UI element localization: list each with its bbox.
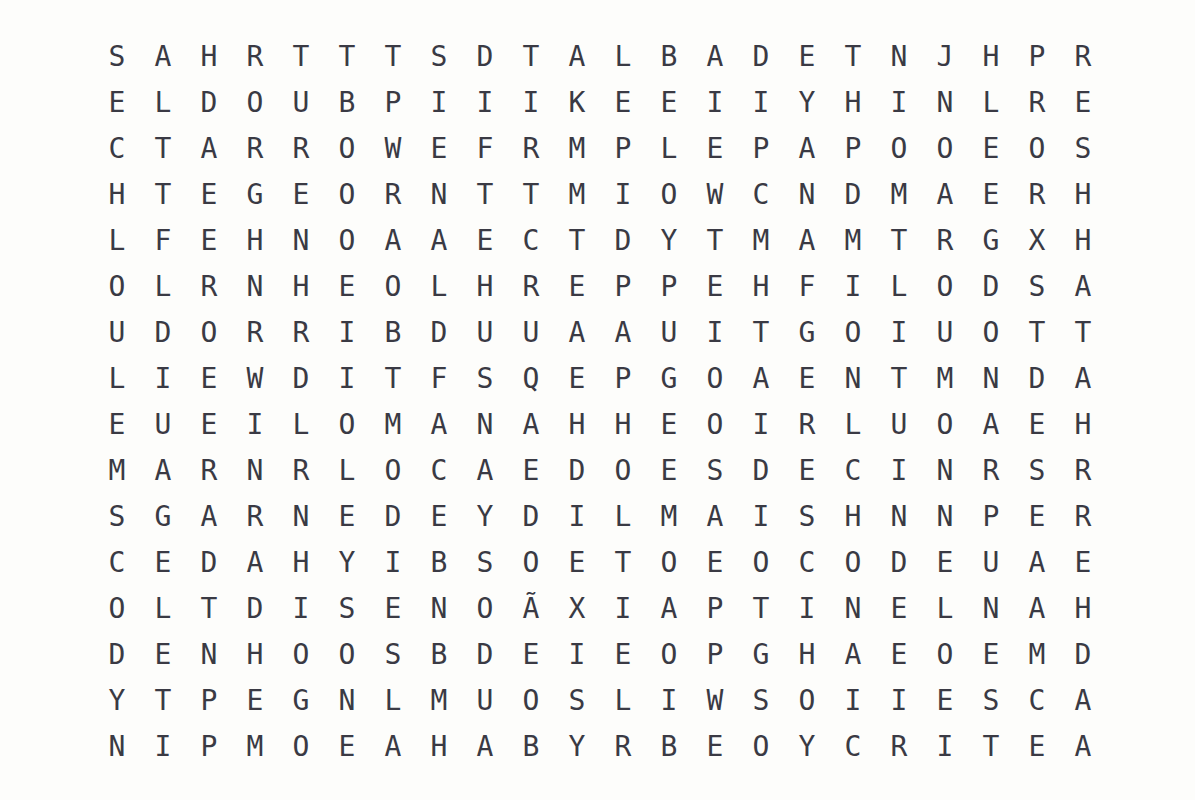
grid-cell[interactable]: I	[554, 494, 600, 540]
grid-cell[interactable]: L	[646, 126, 692, 172]
grid-cell[interactable]: E	[186, 356, 232, 402]
grid-cell[interactable]: E	[922, 540, 968, 586]
grid-cell[interactable]: T	[830, 34, 876, 80]
grid-cell[interactable]: I	[140, 724, 186, 770]
grid-cell[interactable]: E	[692, 540, 738, 586]
grid-cell[interactable]: D	[738, 34, 784, 80]
grid-cell[interactable]: U	[94, 310, 140, 356]
grid-cell[interactable]: M	[922, 356, 968, 402]
grid-cell[interactable]: P	[830, 126, 876, 172]
grid-cell[interactable]: Y	[784, 80, 830, 126]
grid-cell[interactable]: S	[968, 678, 1014, 724]
grid-cell[interactable]: C	[1014, 678, 1060, 724]
grid-cell[interactable]: E	[784, 356, 830, 402]
grid-cell[interactable]: L	[140, 264, 186, 310]
grid-cell[interactable]: D	[232, 586, 278, 632]
grid-cell[interactable]: D	[186, 540, 232, 586]
grid-cell[interactable]: H	[278, 264, 324, 310]
grid-cell[interactable]: R	[508, 264, 554, 310]
grid-cell[interactable]: O	[186, 310, 232, 356]
grid-cell[interactable]: E	[922, 678, 968, 724]
grid-cell[interactable]: P	[600, 126, 646, 172]
grid-cell[interactable]: N	[278, 494, 324, 540]
grid-cell[interactable]: O	[922, 632, 968, 678]
grid-cell[interactable]: A	[784, 218, 830, 264]
grid-cell[interactable]: E	[462, 218, 508, 264]
grid-cell[interactable]: A	[646, 586, 692, 632]
grid-cell[interactable]: L	[140, 80, 186, 126]
grid-cell[interactable]: M	[876, 172, 922, 218]
grid-cell[interactable]: D	[1014, 356, 1060, 402]
grid-cell[interactable]: A	[968, 402, 1014, 448]
grid-cell[interactable]: E	[1060, 80, 1106, 126]
grid-cell[interactable]: D	[462, 632, 508, 678]
grid-cell[interactable]: H	[232, 218, 278, 264]
grid-cell[interactable]: O	[370, 264, 416, 310]
grid-cell[interactable]: H	[462, 264, 508, 310]
grid-cell[interactable]: A	[462, 724, 508, 770]
grid-cell[interactable]: T	[140, 172, 186, 218]
grid-cell[interactable]: A	[554, 310, 600, 356]
grid-cell[interactable]: H	[94, 172, 140, 218]
grid-cell[interactable]: L	[600, 494, 646, 540]
grid-cell[interactable]: D	[1060, 632, 1106, 678]
grid-cell[interactable]: H	[830, 494, 876, 540]
grid-cell[interactable]: N	[830, 586, 876, 632]
grid-cell[interactable]: W	[370, 126, 416, 172]
grid-cell[interactable]: R	[370, 172, 416, 218]
grid-cell[interactable]: E	[186, 172, 232, 218]
grid-cell[interactable]: U	[646, 310, 692, 356]
grid-cell[interactable]: U	[968, 540, 1014, 586]
grid-cell[interactable]: E	[140, 540, 186, 586]
grid-cell[interactable]: R	[1014, 80, 1060, 126]
grid-cell[interactable]: I	[692, 310, 738, 356]
grid-cell[interactable]: O	[1014, 126, 1060, 172]
grid-cell[interactable]: C	[830, 724, 876, 770]
grid-cell[interactable]: A	[186, 494, 232, 540]
grid-cell[interactable]: T	[692, 218, 738, 264]
grid-cell[interactable]: R	[278, 310, 324, 356]
grid-cell[interactable]: D	[830, 172, 876, 218]
grid-cell[interactable]: R	[922, 218, 968, 264]
grid-cell[interactable]: P	[692, 586, 738, 632]
grid-cell[interactable]: E	[416, 126, 462, 172]
grid-cell[interactable]: B	[646, 34, 692, 80]
grid-cell[interactable]: O	[922, 126, 968, 172]
grid-cell[interactable]: P	[646, 264, 692, 310]
grid-cell[interactable]: R	[278, 448, 324, 494]
grid-cell[interactable]: A	[1014, 540, 1060, 586]
grid-cell[interactable]: O	[324, 632, 370, 678]
grid-cell[interactable]: I	[324, 356, 370, 402]
grid-cell[interactable]: G	[968, 218, 1014, 264]
grid-cell[interactable]: N	[416, 586, 462, 632]
grid-cell[interactable]: W	[692, 678, 738, 724]
grid-cell[interactable]: N	[232, 264, 278, 310]
grid-cell[interactable]: O	[94, 264, 140, 310]
grid-cell[interactable]: H	[738, 264, 784, 310]
grid-cell[interactable]: G	[140, 494, 186, 540]
grid-cell[interactable]: O	[692, 402, 738, 448]
grid-cell[interactable]: B	[646, 724, 692, 770]
grid-cell[interactable]: G	[278, 678, 324, 724]
grid-cell[interactable]: U	[876, 402, 922, 448]
grid-cell[interactable]: H	[554, 402, 600, 448]
grid-cell[interactable]: D	[94, 632, 140, 678]
grid-cell[interactable]: U	[140, 402, 186, 448]
grid-cell[interactable]: C	[94, 540, 140, 586]
grid-cell[interactable]: G	[738, 632, 784, 678]
grid-cell[interactable]: J	[922, 34, 968, 80]
grid-cell[interactable]: C	[830, 448, 876, 494]
grid-cell[interactable]: L	[278, 402, 324, 448]
grid-cell[interactable]: D	[140, 310, 186, 356]
grid-cell[interactable]: N	[968, 356, 1014, 402]
grid-cell[interactable]: A	[186, 126, 232, 172]
grid-cell[interactable]: N	[462, 402, 508, 448]
grid-cell[interactable]: U	[462, 678, 508, 724]
grid-cell[interactable]: O	[646, 540, 692, 586]
grid-cell[interactable]: O	[784, 678, 830, 724]
grid-cell[interactable]: N	[922, 494, 968, 540]
grid-cell[interactable]: S	[1060, 126, 1106, 172]
grid-cell[interactable]: O	[646, 632, 692, 678]
grid-cell[interactable]: Y	[784, 724, 830, 770]
grid-cell[interactable]: P	[186, 724, 232, 770]
grid-cell[interactable]: H	[1060, 402, 1106, 448]
grid-cell[interactable]: O	[324, 126, 370, 172]
grid-cell[interactable]: E	[94, 80, 140, 126]
grid-cell[interactable]: H	[1060, 218, 1106, 264]
grid-cell[interactable]: P	[692, 632, 738, 678]
grid-cell[interactable]: I	[692, 80, 738, 126]
grid-cell[interactable]: I	[554, 632, 600, 678]
grid-cell[interactable]: B	[508, 724, 554, 770]
grid-cell[interactable]: R	[876, 724, 922, 770]
grid-cell[interactable]: M	[830, 218, 876, 264]
grid-cell[interactable]: M	[554, 172, 600, 218]
grid-cell[interactable]: I	[508, 80, 554, 126]
grid-cell[interactable]: E	[1060, 540, 1106, 586]
grid-cell[interactable]: A	[554, 34, 600, 80]
grid-cell[interactable]: I	[738, 402, 784, 448]
grid-cell[interactable]: A	[1060, 678, 1106, 724]
grid-cell[interactable]: R	[186, 264, 232, 310]
grid-cell[interactable]: P	[186, 678, 232, 724]
grid-cell[interactable]: I	[876, 80, 922, 126]
grid-cell[interactable]: F	[140, 218, 186, 264]
grid-cell[interactable]: F	[416, 356, 462, 402]
grid-cell[interactable]: O	[324, 402, 370, 448]
grid-cell[interactable]: T	[140, 126, 186, 172]
grid-cell[interactable]: N	[278, 218, 324, 264]
grid-cell[interactable]: B	[370, 310, 416, 356]
grid-cell[interactable]: I	[370, 540, 416, 586]
grid-cell[interactable]: A	[140, 34, 186, 80]
grid-cell[interactable]: I	[324, 310, 370, 356]
grid-cell[interactable]: A	[1060, 724, 1106, 770]
grid-cell[interactable]: N	[232, 448, 278, 494]
grid-cell[interactable]: O	[738, 724, 784, 770]
grid-cell[interactable]: E	[324, 264, 370, 310]
grid-cell[interactable]: D	[968, 264, 1014, 310]
grid-cell[interactable]: N	[186, 632, 232, 678]
grid-cell[interactable]: E	[968, 632, 1014, 678]
grid-cell[interactable]: H	[416, 724, 462, 770]
grid-cell[interactable]: R	[232, 494, 278, 540]
grid-cell[interactable]: D	[508, 494, 554, 540]
grid-cell[interactable]: B	[416, 540, 462, 586]
grid-cell[interactable]: I	[738, 494, 784, 540]
grid-cell[interactable]: A	[416, 218, 462, 264]
grid-cell[interactable]: X	[1014, 218, 1060, 264]
grid-cell[interactable]: E	[278, 172, 324, 218]
grid-cell[interactable]: S	[462, 540, 508, 586]
grid-cell[interactable]: E	[876, 586, 922, 632]
grid-cell[interactable]: I	[830, 678, 876, 724]
grid-cell[interactable]: A	[784, 126, 830, 172]
grid-cell[interactable]: W	[692, 172, 738, 218]
grid-cell[interactable]: T	[186, 586, 232, 632]
grid-cell[interactable]: T	[508, 34, 554, 80]
grid-cell[interactable]: L	[140, 586, 186, 632]
grid-cell[interactable]: T	[600, 540, 646, 586]
grid-cell[interactable]: S	[94, 34, 140, 80]
grid-cell[interactable]: R	[1014, 172, 1060, 218]
grid-cell[interactable]: I	[876, 448, 922, 494]
grid-cell[interactable]: U	[462, 310, 508, 356]
grid-cell[interactable]: T	[370, 34, 416, 80]
grid-cell[interactable]: S	[738, 678, 784, 724]
grid-cell[interactable]: N	[784, 172, 830, 218]
grid-cell[interactable]: L	[600, 34, 646, 80]
grid-cell[interactable]: H	[1060, 586, 1106, 632]
grid-cell[interactable]: S	[554, 678, 600, 724]
grid-cell[interactable]: M	[94, 448, 140, 494]
grid-cell[interactable]: E	[1014, 402, 1060, 448]
grid-cell[interactable]: O	[278, 632, 324, 678]
grid-cell[interactable]: E	[600, 80, 646, 126]
grid-cell[interactable]: E	[784, 34, 830, 80]
grid-cell[interactable]: A	[1060, 356, 1106, 402]
grid-cell[interactable]: L	[324, 448, 370, 494]
grid-cell[interactable]: A	[232, 540, 278, 586]
grid-cell[interactable]: E	[968, 172, 1014, 218]
grid-cell[interactable]: C	[416, 448, 462, 494]
grid-cell[interactable]: O	[922, 264, 968, 310]
grid-cell[interactable]: T	[968, 724, 1014, 770]
grid-cell[interactable]: H	[830, 80, 876, 126]
grid-cell[interactable]: R	[600, 724, 646, 770]
grid-cell[interactable]: I	[462, 80, 508, 126]
grid-cell[interactable]: O	[324, 218, 370, 264]
grid-cell[interactable]: R	[1060, 448, 1106, 494]
grid-cell[interactable]: H	[232, 632, 278, 678]
grid-cell[interactable]: D	[416, 310, 462, 356]
grid-cell[interactable]: E	[968, 126, 1014, 172]
grid-cell[interactable]: T	[554, 218, 600, 264]
grid-cell[interactable]: E	[324, 724, 370, 770]
grid-cell[interactable]: H	[784, 632, 830, 678]
grid-cell[interactable]: E	[416, 494, 462, 540]
grid-cell[interactable]: T	[1060, 310, 1106, 356]
grid-cell[interactable]: O	[278, 724, 324, 770]
grid-cell[interactable]: C	[508, 218, 554, 264]
grid-cell[interactable]: H	[278, 540, 324, 586]
grid-cell[interactable]: I	[876, 678, 922, 724]
grid-cell[interactable]: E	[646, 402, 692, 448]
grid-cell[interactable]: N	[922, 80, 968, 126]
grid-cell[interactable]: N	[876, 34, 922, 80]
grid-cell[interactable]: O	[922, 402, 968, 448]
grid-cell[interactable]: R	[232, 126, 278, 172]
grid-cell[interactable]: E	[232, 678, 278, 724]
grid-cell[interactable]: B	[324, 80, 370, 126]
grid-cell[interactable]: I	[600, 172, 646, 218]
grid-cell[interactable]: A	[462, 448, 508, 494]
grid-cell[interactable]: E	[646, 448, 692, 494]
grid-cell[interactable]: E	[692, 724, 738, 770]
grid-cell[interactable]: N	[830, 356, 876, 402]
grid-cell[interactable]: O	[508, 540, 554, 586]
grid-cell[interactable]: E	[600, 632, 646, 678]
grid-cell[interactable]: U	[508, 310, 554, 356]
grid-cell[interactable]: M	[554, 126, 600, 172]
grid-cell[interactable]: L	[830, 402, 876, 448]
grid-cell[interactable]: A	[140, 448, 186, 494]
grid-cell[interactable]: E	[554, 356, 600, 402]
grid-cell[interactable]: A	[508, 402, 554, 448]
grid-cell[interactable]: L	[876, 264, 922, 310]
grid-cell[interactable]: O	[646, 172, 692, 218]
grid-cell[interactable]: D	[600, 218, 646, 264]
grid-cell[interactable]: D	[462, 34, 508, 80]
grid-cell[interactable]: S	[1014, 448, 1060, 494]
grid-cell[interactable]: S	[784, 494, 830, 540]
grid-cell[interactable]: O	[830, 310, 876, 356]
grid-cell[interactable]: T	[876, 218, 922, 264]
grid-cell[interactable]: A	[922, 172, 968, 218]
grid-cell[interactable]: W	[232, 356, 278, 402]
grid-cell[interactable]: I	[232, 402, 278, 448]
grid-cell[interactable]: M	[232, 724, 278, 770]
grid-cell[interactable]: I	[738, 80, 784, 126]
grid-cell[interactable]: I	[600, 586, 646, 632]
grid-cell[interactable]: U	[278, 80, 324, 126]
grid-cell[interactable]: L	[94, 218, 140, 264]
grid-cell[interactable]: O	[462, 586, 508, 632]
grid-cell[interactable]: X	[554, 586, 600, 632]
grid-cell[interactable]: G	[646, 356, 692, 402]
grid-cell[interactable]: T	[738, 586, 784, 632]
grid-cell[interactable]: A	[738, 356, 784, 402]
grid-cell[interactable]: M	[370, 402, 416, 448]
grid-cell[interactable]: S	[416, 34, 462, 80]
grid-cell[interactable]: I	[830, 264, 876, 310]
grid-cell[interactable]: S	[462, 356, 508, 402]
grid-cell[interactable]: T	[1014, 310, 1060, 356]
grid-cell[interactable]: N	[876, 494, 922, 540]
grid-cell[interactable]: M	[738, 218, 784, 264]
grid-cell[interactable]: D	[278, 356, 324, 402]
grid-cell[interactable]: P	[1014, 34, 1060, 80]
grid-cell[interactable]: H	[186, 34, 232, 80]
grid-cell[interactable]: L	[94, 356, 140, 402]
grid-cell[interactable]: O	[692, 356, 738, 402]
grid-cell[interactable]: C	[784, 540, 830, 586]
grid-cell[interactable]: T	[370, 356, 416, 402]
grid-cell[interactable]: T	[140, 678, 186, 724]
grid-cell[interactable]: R	[968, 448, 1014, 494]
grid-cell[interactable]: E	[646, 80, 692, 126]
grid-cell[interactable]: L	[600, 678, 646, 724]
grid-cell[interactable]: O	[324, 172, 370, 218]
grid-cell[interactable]: M	[1014, 632, 1060, 678]
grid-cell[interactable]: Y	[646, 218, 692, 264]
grid-cell[interactable]: I	[646, 678, 692, 724]
grid-cell[interactable]: I	[784, 586, 830, 632]
grid-cell[interactable]: P	[370, 80, 416, 126]
grid-cell[interactable]: O	[738, 540, 784, 586]
grid-cell[interactable]: D	[554, 448, 600, 494]
grid-cell[interactable]: E	[370, 586, 416, 632]
grid-cell[interactable]: R	[278, 126, 324, 172]
grid-cell[interactable]: E	[140, 632, 186, 678]
grid-cell[interactable]: E	[784, 448, 830, 494]
grid-cell[interactable]: O	[508, 678, 554, 724]
grid-cell[interactable]: O	[600, 448, 646, 494]
grid-cell[interactable]: O	[370, 448, 416, 494]
grid-cell[interactable]: A	[370, 724, 416, 770]
grid-cell[interactable]: A	[370, 218, 416, 264]
grid-cell[interactable]: I	[922, 724, 968, 770]
grid-cell[interactable]: R	[508, 126, 554, 172]
grid-cell[interactable]: E	[186, 402, 232, 448]
grid-cell[interactable]: E	[1014, 494, 1060, 540]
grid-cell[interactable]: Y	[324, 540, 370, 586]
grid-cell[interactable]: H	[1060, 172, 1106, 218]
grid-cell[interactable]: P	[738, 126, 784, 172]
grid-cell[interactable]: E	[692, 126, 738, 172]
grid-cell[interactable]: N	[324, 678, 370, 724]
grid-cell[interactable]: R	[1060, 494, 1106, 540]
grid-cell[interactable]: D	[738, 448, 784, 494]
grid-cell[interactable]: P	[968, 494, 1014, 540]
grid-cell[interactable]: S	[692, 448, 738, 494]
grid-cell[interactable]: A	[416, 402, 462, 448]
grid-cell[interactable]: H	[968, 34, 1014, 80]
grid-cell[interactable]: O	[232, 80, 278, 126]
grid-cell[interactable]: R	[232, 310, 278, 356]
grid-cell[interactable]: M	[416, 678, 462, 724]
grid-cell[interactable]: F	[784, 264, 830, 310]
grid-cell[interactable]: D	[186, 80, 232, 126]
grid-cell[interactable]: I	[416, 80, 462, 126]
grid-cell[interactable]: T	[876, 356, 922, 402]
grid-cell[interactable]: E	[554, 540, 600, 586]
grid-cell[interactable]: K	[554, 80, 600, 126]
grid-cell[interactable]: A	[600, 310, 646, 356]
grid-cell[interactable]: E	[324, 494, 370, 540]
grid-cell[interactable]: L	[968, 80, 1014, 126]
grid-cell[interactable]: R	[1060, 34, 1106, 80]
grid-cell[interactable]: A	[692, 494, 738, 540]
grid-cell[interactable]: G	[784, 310, 830, 356]
grid-cell[interactable]: D	[876, 540, 922, 586]
grid-cell[interactable]: Y	[462, 494, 508, 540]
grid-cell[interactable]: F	[462, 126, 508, 172]
